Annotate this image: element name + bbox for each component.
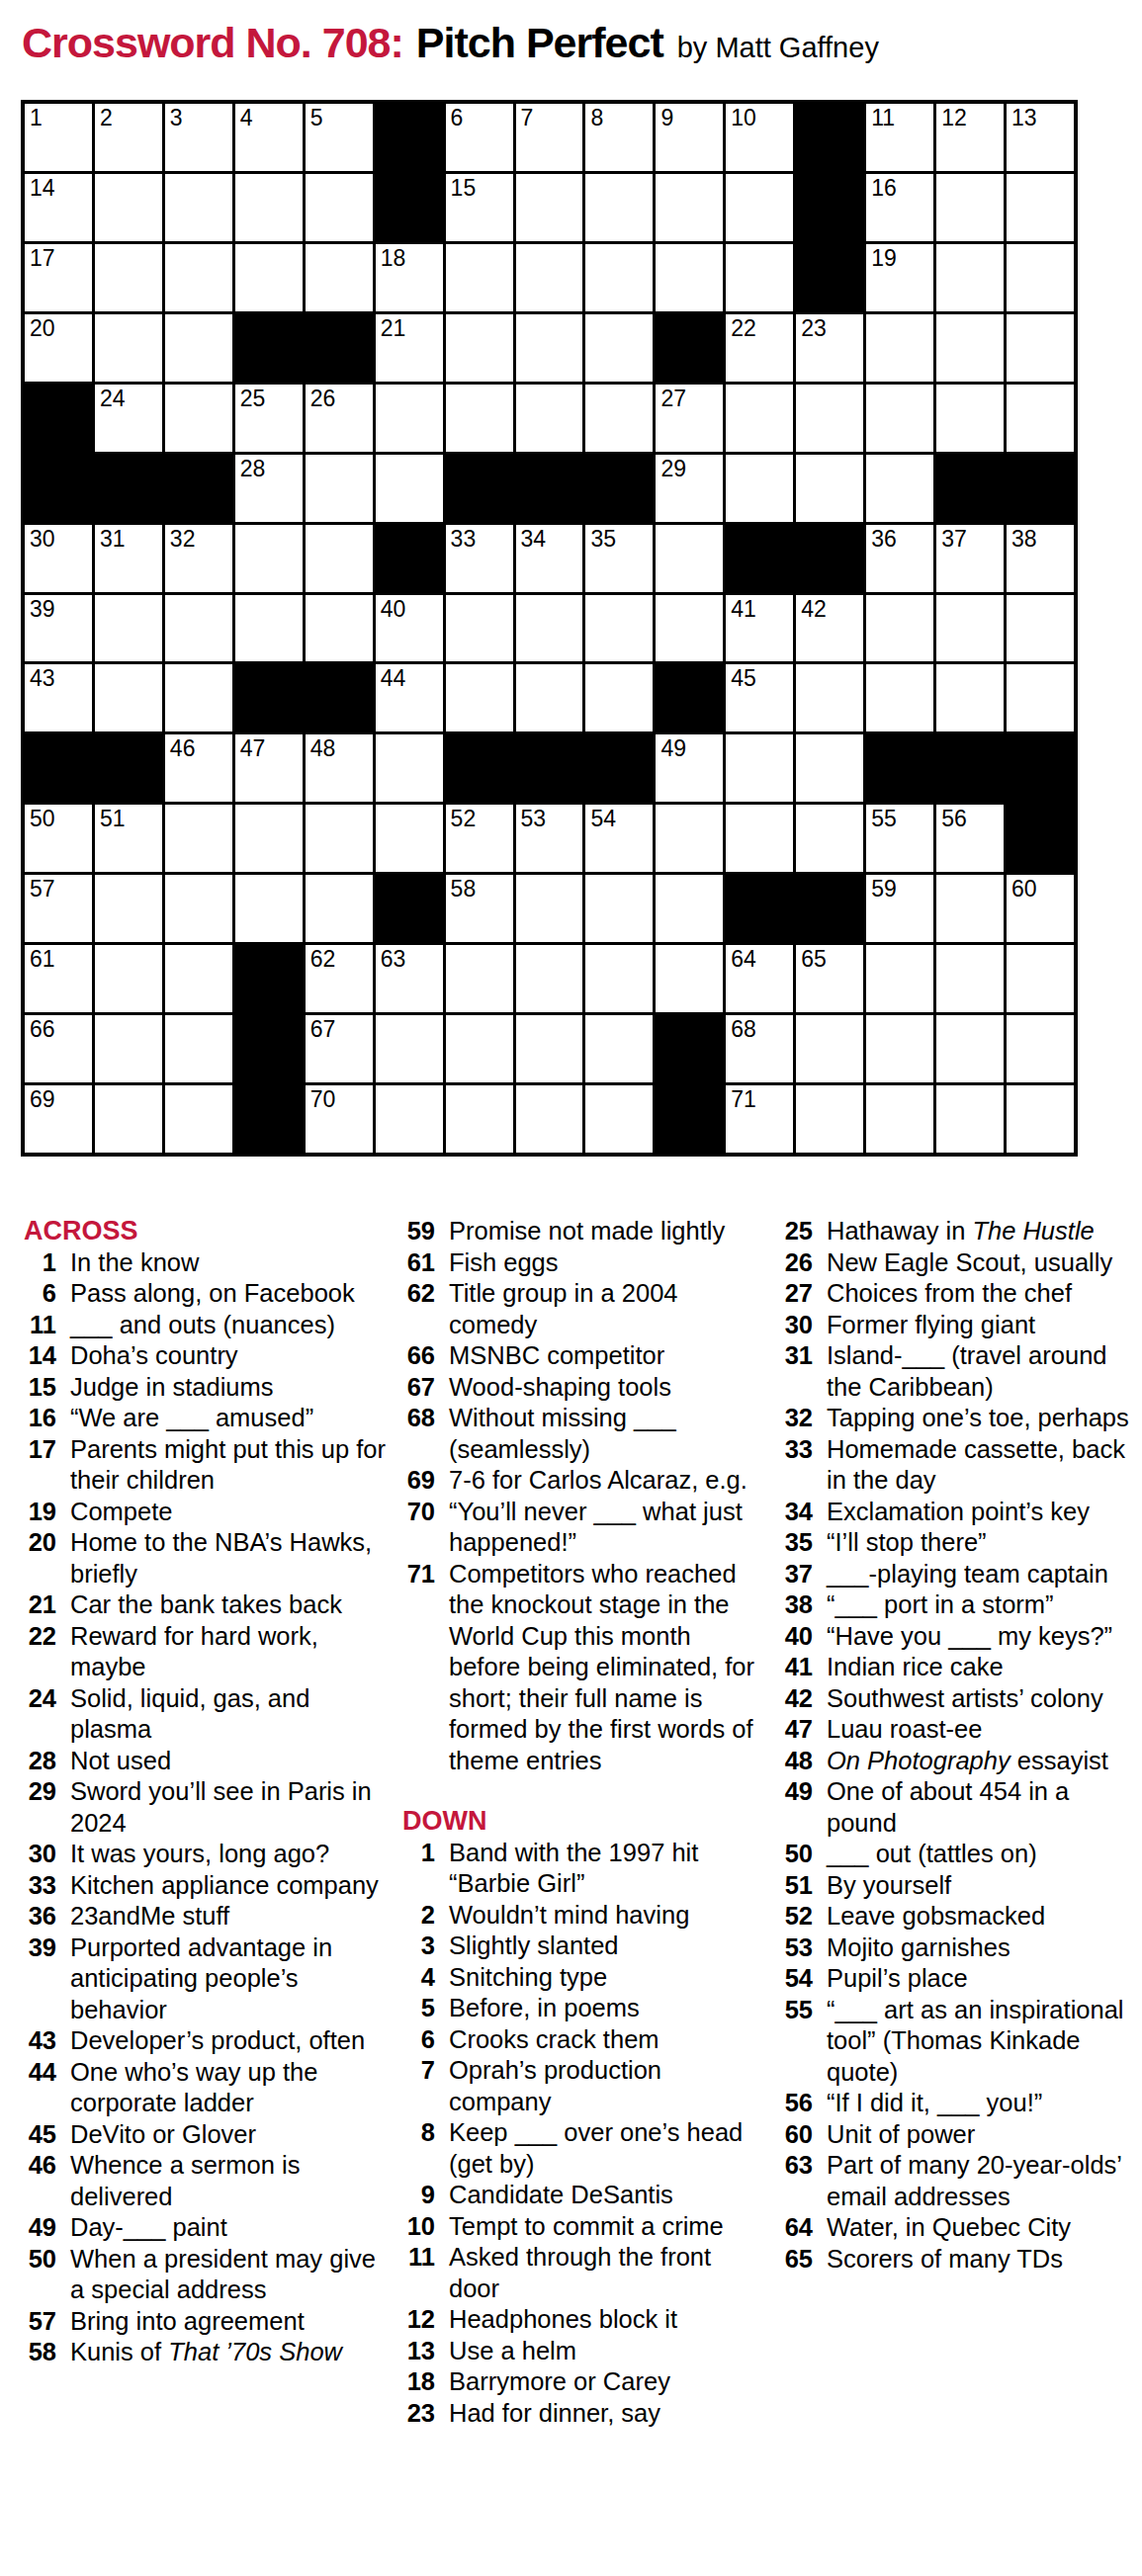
grid-cell[interactable]	[165, 1085, 232, 1153]
grid-cell[interactable]	[446, 664, 513, 731]
grid-cell[interactable]	[656, 945, 723, 1012]
clue-text: Luau roast-ee	[827, 1714, 1142, 1746]
grid-cell[interactable]	[95, 1015, 162, 1082]
grid-cell[interactable]	[446, 595, 513, 662]
grid-cell[interactable]	[446, 945, 513, 1012]
grid-cell[interactable]: 16	[866, 174, 933, 241]
clue-text: Indian rice cake	[827, 1652, 1142, 1683]
grid-cell[interactable]: 53	[516, 805, 583, 872]
grid-cell[interactable]: 28	[235, 455, 303, 522]
cell-number: 4	[240, 105, 253, 130]
black-cell	[25, 385, 92, 452]
grid-cell[interactable]	[656, 244, 723, 311]
grid-cell[interactable]: 38	[1007, 525, 1074, 592]
grid-cell[interactable]	[306, 595, 373, 662]
grid-cell[interactable]	[516, 595, 583, 662]
black-cell	[165, 455, 232, 522]
grid-cell[interactable]	[165, 875, 232, 942]
grid-cell[interactable]: 59	[866, 875, 933, 942]
grid-cell[interactable]	[1007, 595, 1074, 662]
clue-text: 23andMe stuff	[70, 1901, 391, 1932]
grid-cell[interactable]: 6	[446, 104, 513, 171]
grid-cell[interactable]	[936, 385, 1004, 452]
clue-across-62: 62Title group in a 2004 comedy	[394, 1278, 765, 1340]
clue-number: 28	[15, 1746, 56, 1777]
cell-number: 32	[170, 526, 196, 552]
grid-cell[interactable]	[235, 525, 303, 592]
grid-cell[interactable]: 20	[25, 314, 92, 382]
grid-cell[interactable]	[936, 875, 1004, 942]
clue-down-63: 63Part of many 20-year-olds’ email addre…	[771, 2150, 1142, 2212]
grid-cell[interactable]	[376, 1015, 443, 1082]
grid-cell[interactable]	[796, 1085, 863, 1153]
grid-cell[interactable]: 50	[25, 805, 92, 872]
clue-text: Home to the NBA’s Hawks, briefly	[70, 1527, 391, 1589]
grid-cell[interactable]: 66	[25, 1015, 92, 1082]
clue-number: 13	[394, 2336, 435, 2367]
clue-text: Use a helm	[449, 2336, 765, 2367]
grid-cell[interactable]: 35	[585, 525, 653, 592]
grid-cell[interactable]	[306, 875, 373, 942]
grid-cell[interactable]	[585, 174, 653, 241]
black-cell	[1007, 805, 1074, 872]
clue-text: Headphones block it	[449, 2304, 765, 2336]
grid-cell[interactable]	[656, 805, 723, 872]
grid-cell[interactable]	[235, 805, 303, 872]
grid-cell[interactable]	[796, 734, 863, 802]
grid-cell[interactable]	[936, 174, 1004, 241]
grid-cell[interactable]: 43	[25, 664, 92, 731]
grid-cell[interactable]	[306, 455, 373, 522]
grid-cell[interactable]	[796, 385, 863, 452]
grid-cell[interactable]	[516, 174, 583, 241]
grid-cell[interactable]	[936, 1015, 1004, 1082]
cell-number: 23	[801, 315, 827, 341]
grid-cell[interactable]: 46	[165, 734, 232, 802]
grid-cell[interactable]	[95, 174, 162, 241]
grid-cell[interactable]: 15	[446, 174, 513, 241]
grid-cell[interactable]	[95, 875, 162, 942]
clue-across-67: 67Wood-shaping tools	[394, 1372, 765, 1404]
grid-cell[interactable]	[796, 805, 863, 872]
grid-cell[interactable]	[656, 525, 723, 592]
grid-cell[interactable]	[1007, 244, 1074, 311]
grid-cell[interactable]	[95, 945, 162, 1012]
grid-cell[interactable]	[936, 595, 1004, 662]
black-cell	[656, 1015, 723, 1082]
clue-text: “We are ___ amused”	[70, 1403, 391, 1434]
cell-number: 50	[30, 806, 55, 831]
grid-cell[interactable]	[1007, 385, 1074, 452]
grid-cell[interactable]	[165, 945, 232, 1012]
clue-text: When a president may give a special addr…	[70, 2244, 391, 2306]
clue-across-11: 11___ and outs (nuances)	[15, 1310, 391, 1341]
clue-number: 1	[15, 1247, 56, 1279]
clue-across-57: 57Bring into agreement	[15, 2306, 391, 2338]
grid-cell[interactable]	[656, 174, 723, 241]
grid-cell[interactable]	[376, 1085, 443, 1153]
grid-cell[interactable]: 63	[376, 945, 443, 1012]
grid-cell[interactable]	[235, 174, 303, 241]
clue-text: Homemade cassette, back in the day	[827, 1434, 1142, 1497]
grid-cell[interactable]: 19	[866, 244, 933, 311]
clue-text: Pupil’s place	[827, 1963, 1142, 1995]
grid-cell[interactable]: 8	[585, 104, 653, 171]
cell-number: 18	[381, 245, 406, 271]
grid-cell[interactable]: 64	[726, 945, 793, 1012]
grid-cell[interactable]	[516, 244, 583, 311]
grid-cell[interactable]	[306, 525, 373, 592]
clue-text: Crooks crack them	[449, 2024, 765, 2056]
grid-cell[interactable]	[656, 875, 723, 942]
grid-cell[interactable]	[866, 1085, 933, 1153]
clue-number: 3	[394, 1931, 435, 1962]
grid-cell[interactable]	[446, 1015, 513, 1082]
grid-cell[interactable]: 52	[446, 805, 513, 872]
clue-number: 16	[15, 1403, 56, 1434]
grid-cell[interactable]: 17	[25, 244, 92, 311]
grid-cell[interactable]	[516, 875, 583, 942]
clue-down-38: 38“___ port in a storm”	[771, 1589, 1142, 1621]
grid-cell[interactable]	[165, 385, 232, 452]
clue-down-27: 27Choices from the chef	[771, 1278, 1142, 1310]
grid-cell[interactable]	[376, 385, 443, 452]
clue-text: Kunis of That ’70s Show	[70, 2337, 391, 2368]
cell-number: 65	[801, 946, 827, 972]
clue-text: New Eagle Scout, usually	[827, 1247, 1142, 1279]
crossword-series-label: Crossword No. 708:	[22, 22, 403, 64]
clue-text: Whence a sermon is delivered	[70, 2150, 391, 2212]
black-cell	[516, 734, 583, 802]
grid-cell[interactable]: 57	[25, 875, 92, 942]
black-cell	[936, 455, 1004, 522]
clue-text: Leave gobsmacked	[827, 1901, 1142, 1932]
grid-cell[interactable]: 48	[306, 734, 373, 802]
grid-cell[interactable]: 32	[165, 525, 232, 592]
clue-number: 62	[394, 1278, 435, 1340]
grid-cell[interactable]	[1007, 174, 1074, 241]
black-cell	[656, 1085, 723, 1153]
grid-cell[interactable]: 45	[726, 664, 793, 731]
grid-cell[interactable]	[866, 595, 933, 662]
grid-cell[interactable]	[585, 1015, 653, 1082]
clue-number: 29	[15, 1776, 56, 1839]
grid-cell[interactable]: 2	[95, 104, 162, 171]
grid-cell[interactable]: 49	[656, 734, 723, 802]
clue-number: 31	[771, 1340, 813, 1403]
grid-cell[interactable]	[726, 385, 793, 452]
grid-cell[interactable]: 5	[306, 104, 373, 171]
black-cell	[585, 734, 653, 802]
clue-across-29: 29Sword you’ll see in Paris in 2024	[15, 1776, 391, 1839]
grid-cell[interactable]	[95, 244, 162, 311]
cell-number: 31	[100, 526, 126, 552]
clue-down-7: 7Oprah’s production company	[394, 2055, 765, 2117]
grid-cell[interactable]	[1007, 1015, 1074, 1082]
grid-cell[interactable]: 10	[726, 104, 793, 171]
clue-across-50: 50When a president may give a special ad…	[15, 2244, 391, 2306]
clue-number: 48	[771, 1746, 813, 1777]
grid-cell[interactable]: 21	[376, 314, 443, 382]
clue-text: Sword you’ll see in Paris in 2024	[70, 1776, 391, 1839]
grid-cell[interactable]	[446, 1085, 513, 1153]
grid-cell[interactable]	[95, 595, 162, 662]
clue-text: Exclamation point’s key	[827, 1497, 1142, 1528]
grid-cell[interactable]	[936, 664, 1004, 731]
clue-number: 65	[771, 2244, 813, 2275]
grid-cell[interactable]	[95, 1085, 162, 1153]
grid-cell[interactable]	[726, 455, 793, 522]
grid-cell[interactable]: 4	[235, 104, 303, 171]
grid-cell[interactable]: 55	[866, 805, 933, 872]
clue-down-42: 42Southwest artists’ colony	[771, 1683, 1142, 1715]
grid-cell[interactable]	[165, 314, 232, 382]
grid-cell[interactable]	[936, 1085, 1004, 1153]
grid-cell[interactable]: 36	[866, 525, 933, 592]
grid-cell[interactable]	[1007, 314, 1074, 382]
byline: by Matt Gaffney	[677, 34, 879, 62]
clue-text: Judge in stadiums	[70, 1372, 391, 1404]
clue-across-1: 1In the know	[15, 1247, 391, 1279]
black-cell	[235, 1085, 303, 1153]
grid-cell[interactable]	[306, 805, 373, 872]
grid-cell[interactable]	[165, 805, 232, 872]
clue-down-33: 33Homemade cassette, back in the day	[771, 1434, 1142, 1497]
grid-cell[interactable]: 33	[446, 525, 513, 592]
clue-number: 4	[394, 1962, 435, 1994]
grid-cell[interactable]	[376, 734, 443, 802]
grid-cell[interactable]: 1	[25, 104, 92, 171]
clue-number: 19	[15, 1497, 56, 1528]
cell-number: 47	[240, 735, 266, 761]
cell-number: 56	[941, 806, 967, 831]
black-cell	[95, 734, 162, 802]
grid-cell[interactable]: 69	[25, 1085, 92, 1153]
grid-cell[interactable]	[516, 385, 583, 452]
grid-cell[interactable]: 26	[306, 385, 373, 452]
grid-cell[interactable]	[1007, 945, 1074, 1012]
grid-cell[interactable]: 13	[1007, 104, 1074, 171]
clue-text: Compete	[70, 1497, 391, 1528]
clue-down-3: 3Slightly slanted	[394, 1931, 765, 1962]
clue-text: Wouldn’t mind having	[449, 1900, 765, 1932]
grid-cell[interactable]	[446, 385, 513, 452]
grid-cell[interactable]: 56	[936, 805, 1004, 872]
grid-cell[interactable]	[866, 664, 933, 731]
grid-cell[interactable]: 11	[866, 104, 933, 171]
grid-cell[interactable]: 12	[936, 104, 1004, 171]
clue-number: 43	[15, 2025, 56, 2057]
clue-text: “Have you ___ my keys?”	[827, 1621, 1142, 1653]
grid-cell[interactable]	[165, 664, 232, 731]
grid-cell[interactable]	[165, 174, 232, 241]
grid-cell[interactable]	[95, 664, 162, 731]
grid-cell[interactable]	[585, 595, 653, 662]
grid-cell[interactable]	[585, 385, 653, 452]
grid-cell[interactable]	[866, 314, 933, 382]
clue-text: “I’ll stop there”	[827, 1527, 1142, 1559]
clue-number: 40	[771, 1621, 813, 1653]
grid-cell[interactable]	[306, 174, 373, 241]
grid-cell[interactable]: 51	[95, 805, 162, 872]
grid-cell[interactable]: 30	[25, 525, 92, 592]
clue-down-1: 1Band with the 1997 hit “Barbie Girl”	[394, 1838, 765, 1900]
clue-down-48: 48On Photography essayist	[771, 1746, 1142, 1777]
clue-text: 7-6 for Carlos Alcaraz, e.g.	[449, 1465, 765, 1497]
clue-number: 60	[771, 2119, 813, 2151]
clue-text: Southwest artists’ colony	[827, 1683, 1142, 1715]
grid-cell[interactable]: 14	[25, 174, 92, 241]
grid-cell[interactable]	[376, 805, 443, 872]
clue-number: 12	[394, 2304, 435, 2336]
grid-cell[interactable]	[306, 244, 373, 311]
grid-cell[interactable]: 60	[1007, 875, 1074, 942]
cell-number: 8	[590, 105, 603, 130]
grid-cell[interactable]: 22	[726, 314, 793, 382]
grid-cell[interactable]	[726, 174, 793, 241]
grid-cell[interactable]	[165, 595, 232, 662]
grid-cell[interactable]	[235, 875, 303, 942]
grid-cell[interactable]	[516, 314, 583, 382]
grid-cell[interactable]	[446, 314, 513, 382]
grid-cell[interactable]	[866, 455, 933, 522]
grid-cell[interactable]	[585, 1085, 653, 1153]
grid-cell[interactable]: 58	[446, 875, 513, 942]
grid-cell[interactable]	[585, 314, 653, 382]
clue-down-11: 11Asked through the front door	[394, 2242, 765, 2304]
grid-cell[interactable]	[796, 664, 863, 731]
grid-cell[interactable]	[446, 244, 513, 311]
clue-number: 1	[394, 1838, 435, 1900]
grid-cell[interactable]: 24	[95, 385, 162, 452]
clue-text: Keep ___ over one’s head (get by)	[449, 2117, 765, 2180]
grid-cell[interactable]: 37	[936, 525, 1004, 592]
grid-cell[interactable]: 42	[796, 595, 863, 662]
grid-cell[interactable]	[866, 385, 933, 452]
grid-cell[interactable]	[516, 1015, 583, 1082]
grid-cell[interactable]	[726, 805, 793, 872]
black-cell	[796, 525, 863, 592]
grid-cell[interactable]: 39	[25, 595, 92, 662]
clue-number: 46	[15, 2150, 56, 2212]
grid-cell[interactable]	[936, 314, 1004, 382]
grid-cell[interactable]: 31	[95, 525, 162, 592]
grid-cell[interactable]: 44	[376, 664, 443, 731]
grid-cell[interactable]: 68	[726, 1015, 793, 1082]
grid-cell[interactable]	[936, 244, 1004, 311]
clue-down-50: 50___ out (tattles on)	[771, 1839, 1142, 1870]
grid-cell[interactable]	[585, 875, 653, 942]
grid-cell[interactable]: 3	[165, 104, 232, 171]
grid-cell[interactable]: 9	[656, 104, 723, 171]
clue-text: One who’s way up the corporate ladder	[70, 2057, 391, 2119]
grid-cell[interactable]	[726, 734, 793, 802]
grid-cell[interactable]	[585, 945, 653, 1012]
clue-down-51: 51By yourself	[771, 1870, 1142, 1902]
clue-across-17: 17Parents might put this up for their ch…	[15, 1434, 391, 1497]
clue-text: In the know	[70, 1247, 391, 1279]
clue-text: Not used	[70, 1746, 391, 1777]
clue-number: 15	[15, 1372, 56, 1404]
grid-cell[interactable]	[866, 945, 933, 1012]
grid-cell[interactable]	[516, 1085, 583, 1153]
grid-cell[interactable]	[656, 595, 723, 662]
grid-cell[interactable]	[235, 595, 303, 662]
grid-cell[interactable]: 18	[376, 244, 443, 311]
grid-cell[interactable]: 7	[516, 104, 583, 171]
grid-cell[interactable]	[866, 1015, 933, 1082]
grid-cell[interactable]	[1007, 664, 1074, 731]
grid-cell[interactable]: 23	[796, 314, 863, 382]
grid-cell[interactable]: 61	[25, 945, 92, 1012]
grid-cell[interactable]: 71	[726, 1085, 793, 1153]
grid-cell[interactable]: 70	[306, 1085, 373, 1153]
grid-cell[interactable]	[165, 244, 232, 311]
cell-number: 66	[30, 1016, 55, 1042]
grid-cell[interactable]	[165, 1015, 232, 1082]
cell-number: 1	[30, 105, 43, 130]
cell-number: 2	[100, 105, 113, 130]
grid-cell[interactable]	[796, 455, 863, 522]
clue-number: 27	[771, 1278, 813, 1310]
cell-number: 67	[310, 1016, 336, 1042]
grid-cell[interactable]	[585, 664, 653, 731]
crossword-grid: 1234567891011121314151617181920212223242…	[21, 100, 1078, 1157]
grid-cell[interactable]	[516, 945, 583, 1012]
cell-number: 45	[731, 665, 756, 691]
grid-cell[interactable]: 41	[726, 595, 793, 662]
grid-cell[interactable]	[936, 945, 1004, 1012]
grid-cell[interactable]: 65	[796, 945, 863, 1012]
black-cell	[585, 455, 653, 522]
grid-cell[interactable]: 67	[306, 1015, 373, 1082]
clue-text: Band with the 1997 hit “Barbie Girl”	[449, 1838, 765, 1900]
clue-down-26: 26New Eagle Scout, usually	[771, 1247, 1142, 1279]
clue-text: MSNBC competitor	[449, 1340, 765, 1372]
black-cell	[376, 174, 443, 241]
grid-cell[interactable]	[516, 664, 583, 731]
grid-cell[interactable]: 25	[235, 385, 303, 452]
grid-cell[interactable]: 47	[235, 734, 303, 802]
clue-number: 6	[15, 1278, 56, 1310]
clue-down-5: 5Before, in poems	[394, 1993, 765, 2024]
grid-cell[interactable]	[796, 1015, 863, 1082]
grid-cell[interactable]: 40	[376, 595, 443, 662]
black-cell	[726, 875, 793, 942]
cell-number: 15	[451, 175, 477, 201]
grid-cell[interactable]: 29	[656, 455, 723, 522]
grid-cell[interactable]	[235, 244, 303, 311]
cell-number: 28	[240, 456, 266, 481]
clue-down-34: 34Exclamation point’s key	[771, 1497, 1142, 1528]
grid-cell[interactable]: 27	[656, 385, 723, 452]
cell-number: 53	[521, 806, 547, 831]
grid-cell[interactable]	[95, 314, 162, 382]
grid-cell[interactable]	[1007, 1085, 1074, 1153]
grid-cell[interactable]	[726, 244, 793, 311]
clue-across-70: 70“You’ll never ___ what just happened!”	[394, 1497, 765, 1559]
grid-cell[interactable]: 54	[585, 805, 653, 872]
grid-cell[interactable]: 62	[306, 945, 373, 1012]
clue-number: 45	[15, 2119, 56, 2151]
clue-number: 44	[15, 2057, 56, 2119]
clue-number: 36	[15, 1901, 56, 1932]
cell-number: 41	[731, 596, 756, 622]
grid-cell[interactable]: 34	[516, 525, 583, 592]
grid-cell[interactable]	[376, 455, 443, 522]
grid-cell[interactable]	[585, 244, 653, 311]
clue-text: Kitchen appliance company	[70, 1870, 391, 1902]
